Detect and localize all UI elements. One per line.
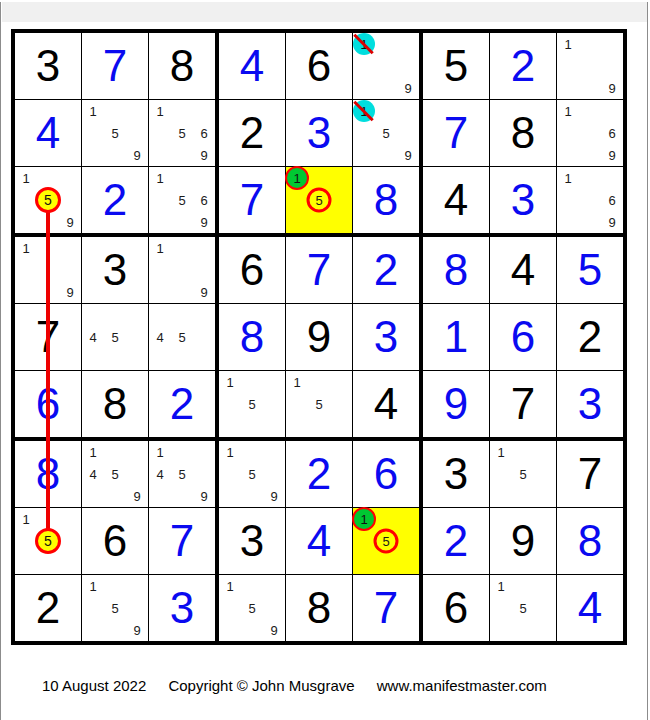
chain-start-marker: 1 xyxy=(285,166,309,190)
candidate-9: 9 xyxy=(263,619,285,641)
eliminated-candidate-marker: 1 xyxy=(353,33,375,55)
candidate-1: 1 xyxy=(149,237,171,259)
candidate-1: 1 xyxy=(219,575,241,597)
given-digit: 6 xyxy=(82,508,148,574)
candidate-5: 5 xyxy=(512,597,534,619)
given-digit: 5 xyxy=(423,33,489,99)
cell-r9c4[interactable]: 159 xyxy=(219,575,286,641)
candidate-9: 9 xyxy=(126,144,148,166)
candidate-grid: 15 xyxy=(490,575,556,641)
cell-r5c5[interactable]: 9 xyxy=(286,304,353,371)
candidate-1: 1 xyxy=(82,441,104,463)
candidate-grid: 159 xyxy=(82,100,148,166)
solved-digit: 1 xyxy=(423,304,489,370)
cell-r6c2[interactable]: 8 xyxy=(82,371,149,441)
footer-copyright: Copyright © John Musgrave xyxy=(168,677,354,694)
candidate-1: 1 xyxy=(557,100,579,122)
cell-r8c8[interactable]: 9 xyxy=(490,508,557,575)
candidate-5: 5 xyxy=(375,122,397,144)
cell-r3c9[interactable]: 169 xyxy=(557,167,623,237)
cell-r6c4[interactable]: 15 xyxy=(219,371,286,441)
candidate-4: 4 xyxy=(149,463,171,485)
candidate-9: 9 xyxy=(126,485,148,507)
candidate-grid: 15 xyxy=(219,371,285,437)
cell-r2c7[interactable]: 7 xyxy=(423,100,490,167)
candidate-4: 4 xyxy=(149,326,171,348)
candidate-1: 1 xyxy=(15,508,37,530)
cell-r4c6[interactable]: 2 xyxy=(353,237,423,304)
cell-r1c6[interactable]: 91 xyxy=(353,33,423,100)
candidate-9: 9 xyxy=(126,619,148,641)
cell-r2c5[interactable]: 3 xyxy=(286,100,353,167)
cell-r7c8[interactable]: 15 xyxy=(490,441,557,508)
solved-digit: 3 xyxy=(286,100,352,166)
given-digit: 4 xyxy=(490,237,556,303)
candidate-grid: 1459 xyxy=(82,441,148,507)
given-digit: 6 xyxy=(219,237,285,303)
cell-r9c2[interactable]: 159 xyxy=(82,575,149,641)
candidate-grid: 159 xyxy=(82,575,148,641)
candidate-grid: 159 xyxy=(219,575,285,641)
window-title-band xyxy=(2,2,647,22)
cell-r7c2[interactable]: 1459 xyxy=(82,441,149,508)
cell-r7c5[interactable]: 2 xyxy=(286,441,353,508)
candidate-4: 4 xyxy=(82,326,104,348)
solved-digit: 3 xyxy=(149,575,215,641)
footer-website: www.manifestmaster.com xyxy=(377,677,547,694)
candidate-5: 5 xyxy=(171,122,193,144)
cell-r7c4[interactable]: 159 xyxy=(219,441,286,508)
cell-r4c7[interactable]: 8 xyxy=(423,237,490,304)
candidate-1: 1 xyxy=(149,100,171,122)
solved-digit: 8 xyxy=(557,508,623,574)
circled-candidate-marker xyxy=(374,529,399,554)
cell-r8c2[interactable]: 6 xyxy=(82,508,149,575)
candidate-grid: 1569 xyxy=(149,100,215,166)
cell-r5c9[interactable]: 2 xyxy=(557,304,623,371)
candidate-9: 9 xyxy=(193,144,215,166)
cell-r8c9[interactable]: 8 xyxy=(557,508,623,575)
candidate-9: 9 xyxy=(263,485,285,507)
eliminated-candidate-marker: 1 xyxy=(353,100,375,122)
cell-r4c3[interactable]: 19 xyxy=(149,237,219,304)
cell-r7c3[interactable]: 1459 xyxy=(149,441,219,508)
given-digit: 8 xyxy=(149,33,215,99)
candidate-grid: 45 xyxy=(82,304,148,370)
given-digit: 8 xyxy=(286,575,352,641)
solved-digit: 5 xyxy=(557,237,623,303)
candidate-5: 5 xyxy=(104,463,126,485)
cell-r1c5[interactable]: 6 xyxy=(286,33,353,100)
cell-r5c4[interactable]: 8 xyxy=(219,304,286,371)
given-digit: 2 xyxy=(15,575,81,641)
candidate-1: 1 xyxy=(82,575,104,597)
cell-r3c2[interactable]: 2 xyxy=(82,167,149,237)
solved-digit: 2 xyxy=(490,33,556,99)
cell-r3c7[interactable]: 4 xyxy=(423,167,490,237)
candidate-5: 5 xyxy=(308,393,330,415)
candidate-9: 9 xyxy=(59,281,81,303)
cell-r1c2[interactable]: 7 xyxy=(82,33,149,100)
candidate-5: 5 xyxy=(104,597,126,619)
candidate-grid: 169 xyxy=(557,100,623,166)
solved-digit: 7 xyxy=(353,575,419,641)
cell-r2c4[interactable]: 2 xyxy=(219,100,286,167)
cell-r7c6[interactable]: 6 xyxy=(353,441,423,508)
cell-r3c5[interactable]: 51 xyxy=(286,167,353,237)
cell-r6c8[interactable]: 7 xyxy=(490,371,557,441)
cell-r1c9[interactable]: 19 xyxy=(557,33,623,100)
solved-digit: 4 xyxy=(286,508,352,574)
cell-r2c9[interactable]: 169 xyxy=(557,100,623,167)
cell-r6c3[interactable]: 2 xyxy=(149,371,219,441)
cell-r3c6[interactable]: 8 xyxy=(353,167,423,237)
solved-digit: 7 xyxy=(286,237,352,303)
solved-digit: 6 xyxy=(490,304,556,370)
candidate-5: 5 xyxy=(171,463,193,485)
solved-digit: 7 xyxy=(423,100,489,166)
candidate-grid: 19 xyxy=(557,33,623,99)
solved-digit: 2 xyxy=(353,237,419,303)
cell-r4c9[interactable]: 5 xyxy=(557,237,623,304)
cell-r2c1[interactable]: 4 xyxy=(15,100,82,167)
cell-r6c5[interactable]: 15 xyxy=(286,371,353,441)
candidate-grid: 1569 xyxy=(149,167,215,233)
candidate-5: 5 xyxy=(241,393,263,415)
candidate-1: 1 xyxy=(219,441,241,463)
candidate-grid: 169 xyxy=(557,167,623,233)
solved-digit: 4 xyxy=(15,100,81,166)
cell-r9c1[interactable]: 2 xyxy=(15,575,82,641)
cell-r2c8[interactable]: 8 xyxy=(490,100,557,167)
cell-r5c6[interactable]: 3 xyxy=(353,304,423,371)
solved-digit: 7 xyxy=(149,508,215,574)
given-digit: 4 xyxy=(423,167,489,233)
cell-r6c6[interactable]: 4 xyxy=(353,371,423,441)
cell-r4c4[interactable]: 6 xyxy=(219,237,286,304)
circled-candidate-marker xyxy=(307,188,332,213)
given-digit: 2 xyxy=(219,100,285,166)
cell-r3c8[interactable]: 3 xyxy=(490,167,557,237)
candidate-grid: 159 xyxy=(219,441,285,507)
candidate-9: 9 xyxy=(193,211,215,233)
solved-digit: 2 xyxy=(286,441,352,507)
cell-r9c3[interactable]: 3 xyxy=(149,575,219,641)
solved-digit: 8 xyxy=(423,237,489,303)
cell-r2c2[interactable]: 159 xyxy=(82,100,149,167)
given-digit: 8 xyxy=(490,100,556,166)
cell-r4c8[interactable]: 4 xyxy=(490,237,557,304)
solved-digit: 7 xyxy=(82,33,148,99)
solved-digit: 8 xyxy=(219,304,285,370)
given-digit: 6 xyxy=(286,33,352,99)
cell-r1c3[interactable]: 8 xyxy=(149,33,219,100)
cell-r6c9[interactable]: 3 xyxy=(557,371,623,441)
given-digit: 6 xyxy=(423,575,489,641)
candidate-1: 1 xyxy=(15,237,37,259)
cell-r7c7[interactable]: 3 xyxy=(423,441,490,508)
footer: 10 August 2022 Copyright © John Musgrave… xyxy=(42,677,565,694)
cell-r9c6[interactable]: 7 xyxy=(353,575,423,641)
solved-digit: 2 xyxy=(423,508,489,574)
candidate-6: 6 xyxy=(193,122,215,144)
cell-r1c7[interactable]: 5 xyxy=(423,33,490,100)
sudoku-board: 3784691521941591569235917816919521569751… xyxy=(11,29,627,645)
cell-r7c9[interactable]: 7 xyxy=(557,441,623,508)
candidate-5: 5 xyxy=(241,597,263,619)
window-left-border xyxy=(0,2,1,720)
cell-r8c6[interactable]: 51 xyxy=(353,508,423,575)
cell-r3c3[interactable]: 1569 xyxy=(149,167,219,237)
solved-digit: 6 xyxy=(353,441,419,507)
candidate-grid: 1459 xyxy=(149,441,215,507)
cell-r6c7[interactable]: 9 xyxy=(423,371,490,441)
cell-r2c3[interactable]: 1569 xyxy=(149,100,219,167)
candidate-9: 9 xyxy=(59,211,81,233)
candidate-9: 9 xyxy=(397,144,419,166)
candidate-1: 1 xyxy=(490,575,512,597)
solved-digit: 8 xyxy=(353,167,419,233)
solved-digit: 3 xyxy=(353,304,419,370)
candidate-5: 5 xyxy=(512,463,534,485)
cell-r8c4[interactable]: 3 xyxy=(219,508,286,575)
footer-date: 10 August 2022 xyxy=(42,677,146,694)
cell-r3c4[interactable]: 7 xyxy=(219,167,286,237)
cell-r8c7[interactable]: 2 xyxy=(423,508,490,575)
candidate-1: 1 xyxy=(82,100,104,122)
given-digit: 7 xyxy=(557,441,623,507)
cell-r2c6[interactable]: 591 xyxy=(353,100,423,167)
candidate-9: 9 xyxy=(397,77,419,99)
candidate-9: 9 xyxy=(601,211,623,233)
cell-r5c3[interactable]: 45 xyxy=(149,304,219,371)
cell-r5c7[interactable]: 1 xyxy=(423,304,490,371)
cell-r9c8[interactable]: 15 xyxy=(490,575,557,641)
solved-digit: 3 xyxy=(490,167,556,233)
given-digit: 3 xyxy=(423,441,489,507)
candidate-grid: 15 xyxy=(490,441,556,507)
cell-r5c8[interactable]: 6 xyxy=(490,304,557,371)
given-digit: 7 xyxy=(490,371,556,437)
solved-digit: 3 xyxy=(557,371,623,437)
candidate-grid: 19 xyxy=(149,237,215,303)
candidate-9: 9 xyxy=(601,144,623,166)
candidate-grid: 15 xyxy=(286,371,352,437)
given-digit: 3 xyxy=(15,33,81,99)
cell-r8c5[interactable]: 4 xyxy=(286,508,353,575)
cell-r1c1[interactable]: 3 xyxy=(15,33,82,100)
candidate-6: 6 xyxy=(601,189,623,211)
candidate-1: 1 xyxy=(149,167,171,189)
candidate-5: 5 xyxy=(171,189,193,211)
chain-start-marker: 1 xyxy=(352,507,376,531)
cell-r1c8[interactable]: 2 xyxy=(490,33,557,100)
cell-r9c9[interactable]: 4 xyxy=(557,575,623,641)
candidate-6: 6 xyxy=(193,189,215,211)
candidate-6: 6 xyxy=(601,122,623,144)
solved-digit: 4 xyxy=(557,575,623,641)
solved-digit: 2 xyxy=(149,371,215,437)
candidate-1: 1 xyxy=(149,441,171,463)
given-digit: 9 xyxy=(286,304,352,370)
chain-line xyxy=(46,200,50,541)
cell-r9c5[interactable]: 8 xyxy=(286,575,353,641)
candidate-1: 1 xyxy=(219,371,241,393)
candidate-5: 5 xyxy=(241,463,263,485)
candidate-grid: 45 xyxy=(149,304,215,370)
candidate-5: 5 xyxy=(171,326,193,348)
candidate-1: 1 xyxy=(557,167,579,189)
candidate-1: 1 xyxy=(15,167,37,189)
given-digit: 9 xyxy=(490,508,556,574)
solved-digit: 9 xyxy=(423,371,489,437)
window-right-border xyxy=(647,2,648,720)
given-digit: 8 xyxy=(82,371,148,437)
candidate-4: 4 xyxy=(82,463,104,485)
candidate-9: 9 xyxy=(193,485,215,507)
given-digit: 3 xyxy=(219,508,285,574)
candidate-5: 5 xyxy=(104,326,126,348)
solved-digit: 4 xyxy=(219,33,285,99)
given-digit: 3 xyxy=(82,237,148,303)
chain-node-marker: 5 xyxy=(35,187,61,213)
cell-r8c3[interactable]: 7 xyxy=(149,508,219,575)
candidate-1: 1 xyxy=(490,441,512,463)
candidate-1: 1 xyxy=(286,371,308,393)
given-digit: 4 xyxy=(353,371,419,437)
cell-r4c2[interactable]: 3 xyxy=(82,237,149,304)
cell-r4c5[interactable]: 7 xyxy=(286,237,353,304)
candidate-9: 9 xyxy=(193,281,215,303)
cell-r1c4[interactable]: 4 xyxy=(219,33,286,100)
candidate-5: 5 xyxy=(104,122,126,144)
cell-r5c2[interactable]: 45 xyxy=(82,304,149,371)
chain-node-marker: 5 xyxy=(35,528,61,554)
given-digit: 2 xyxy=(557,304,623,370)
candidate-9: 9 xyxy=(601,77,623,99)
solved-digit: 2 xyxy=(82,167,148,233)
candidate-1: 1 xyxy=(557,33,579,55)
cell-r9c7[interactable]: 6 xyxy=(423,575,490,641)
solved-digit: 7 xyxy=(219,167,285,233)
